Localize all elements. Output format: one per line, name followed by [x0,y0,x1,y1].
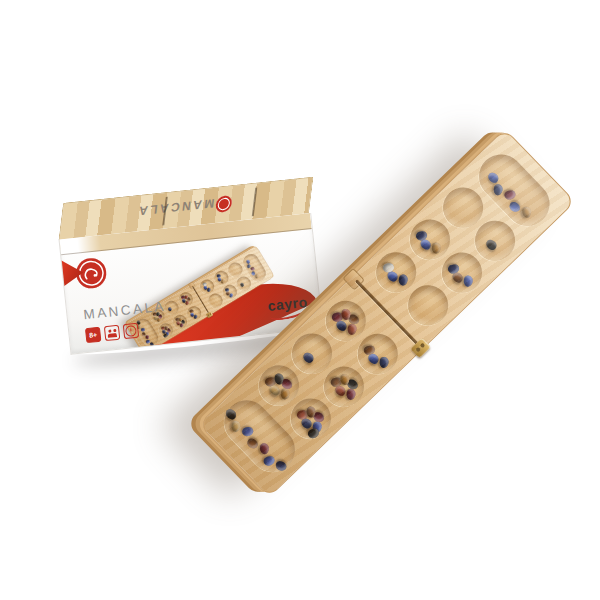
age-badge: 8+ [85,327,101,343]
stone-black [163,333,168,337]
stone-black [484,238,498,252]
stone-blue [486,170,500,184]
stone-white [203,282,207,286]
stone-navy [397,273,408,286]
stone-blue [262,454,276,467]
stone-amber [522,206,532,218]
stone-blue [229,293,234,298]
stone-maroon [345,388,356,401]
players-icon [104,325,120,341]
stone-navy [301,350,315,364]
stone-navy [167,307,172,312]
stone-navy [274,459,288,472]
stone-navy [225,288,229,292]
stone-navy [217,274,221,278]
stone-black [240,282,245,287]
game-box: MANCALA MANCALA 8+ [55,177,323,355]
stone-navy [206,287,211,292]
box-top-title: MANCALA [136,196,215,218]
stone-maroon [250,267,254,271]
stone-navy [492,183,503,196]
brand-emblem-icon [215,195,233,213]
time-icon [123,323,139,339]
stone-blue [507,200,521,214]
stone-brown [189,309,193,313]
stone-maroon [145,335,149,340]
stone-tan [230,420,241,433]
stone-amber [221,279,226,284]
stone-black [224,407,238,421]
stone-amber [430,241,441,254]
stone-navy [149,342,154,347]
brand-logo: cayro [267,294,309,321]
stone-brown [306,406,316,418]
stone-blue [241,425,254,437]
stone-blue [141,328,145,332]
stone-maroon [503,188,516,200]
stone-blue [462,274,473,287]
stone-brown [245,436,259,450]
stone-navy [378,356,389,369]
stone-amber [339,373,349,385]
info-badges: 8+ [85,323,139,343]
stone-red [341,308,351,320]
stone-navy [193,314,198,319]
lid-slit [251,187,257,217]
stone-black [274,373,284,385]
stone-maroon [259,443,269,455]
stone-amber [255,274,259,279]
product-photo-mancala: MANCALA MANCALA 8+ [0,0,600,600]
